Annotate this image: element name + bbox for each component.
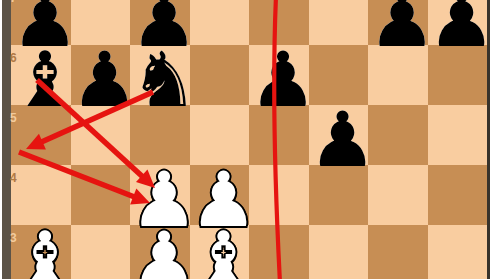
square-b3[interactable] bbox=[71, 225, 131, 279]
square-h4[interactable] bbox=[428, 165, 488, 225]
square-e4[interactable] bbox=[249, 165, 309, 225]
square-f3[interactable] bbox=[309, 225, 369, 279]
piece-glyph: ♟ bbox=[309, 102, 369, 178]
piece-glyph: ♝ bbox=[11, 222, 71, 279]
piece-glyph: ♝ bbox=[190, 222, 250, 279]
piece-white-bishop-a3[interactable]: ♝ bbox=[11, 225, 71, 279]
square-g5[interactable] bbox=[368, 105, 428, 165]
piece-glyph: ♟ bbox=[130, 222, 190, 279]
square-h5[interactable] bbox=[428, 105, 488, 165]
square-h3[interactable] bbox=[428, 225, 488, 279]
square-e3[interactable] bbox=[249, 225, 309, 279]
piece-glyph: ♝ bbox=[11, 42, 71, 118]
piece-black-pawn-b6[interactable]: ♟♟ bbox=[71, 45, 131, 105]
rank-label-4: 4 bbox=[10, 172, 17, 184]
piece-glyph: ♟ bbox=[71, 42, 131, 118]
square-b4[interactable] bbox=[71, 165, 131, 225]
piece-black-pawn-h7[interactable]: ♟♟ bbox=[428, 0, 488, 45]
piece-glyph: ♟ bbox=[249, 42, 309, 118]
piece-black-knight-c6[interactable]: ♞♞ bbox=[130, 45, 190, 105]
square-g4[interactable] bbox=[368, 165, 428, 225]
piece-glyph: ♟ bbox=[368, 0, 428, 58]
square-d6[interactable] bbox=[190, 45, 250, 105]
piece-glyph: ♟ bbox=[428, 0, 488, 58]
piece-white-bishop-d3[interactable]: ♝ bbox=[190, 225, 250, 279]
piece-black-pawn-e6[interactable]: ♟♟ bbox=[249, 45, 309, 105]
chess-board: 76543♟♟♟♟♟♟♟♟♝♝♟♟♞♞♟♟♟♟♟♟♝♟♝ bbox=[0, 0, 496, 279]
piece-black-pawn-f5[interactable]: ♟♟ bbox=[309, 105, 369, 165]
piece-black-bishop-a6[interactable]: ♝♝ bbox=[11, 45, 71, 105]
piece-black-pawn-g7[interactable]: ♟♟ bbox=[368, 0, 428, 45]
square-f7[interactable] bbox=[309, 0, 369, 45]
square-d7[interactable] bbox=[190, 0, 250, 45]
board-grid: 76543♟♟♟♟♟♟♟♟♝♝♟♟♞♞♟♟♟♟♟♟♝♟♝ bbox=[0, 0, 496, 279]
piece-glyph: ♞ bbox=[130, 42, 190, 118]
piece-white-pawn-c3[interactable]: ♟ bbox=[130, 225, 190, 279]
square-g3[interactable] bbox=[368, 225, 428, 279]
